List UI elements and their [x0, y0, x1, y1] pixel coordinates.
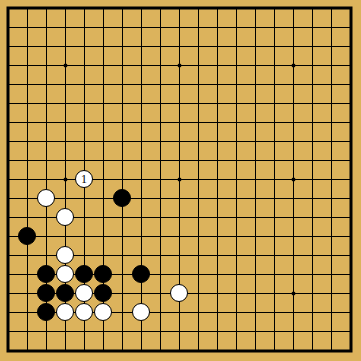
intersection-P12 — [265, 132, 284, 151]
intersection-N19 — [227, 0, 246, 18]
intersection-E5 — [75, 265, 94, 284]
intersection-L19 — [189, 0, 208, 18]
intersection-N4 — [227, 284, 246, 303]
intersection-E16 — [75, 56, 94, 75]
intersection-A18 — [0, 18, 18, 37]
intersection-E10: 1 — [75, 170, 94, 189]
intersection-G8 — [113, 208, 132, 227]
intersection-P9 — [265, 189, 284, 208]
intersection-D14 — [56, 94, 75, 113]
intersection-B10 — [18, 170, 37, 189]
intersection-G11 — [113, 151, 132, 170]
intersection-O4 — [246, 284, 265, 303]
intersection-N16 — [227, 56, 246, 75]
intersection-H17 — [132, 37, 151, 56]
intersection-F17 — [94, 37, 113, 56]
intersection-S18 — [322, 18, 341, 37]
stone-white-D8[interactable] — [56, 208, 74, 226]
intersection-G4 — [113, 284, 132, 303]
stone-white-E10[interactable]: 1 — [75, 170, 93, 188]
intersection-N8 — [227, 208, 246, 227]
intersection-P5 — [265, 265, 284, 284]
intersection-L14 — [189, 94, 208, 113]
intersection-A8 — [0, 208, 18, 227]
intersection-F8 — [94, 208, 113, 227]
intersection-O19 — [246, 0, 265, 18]
intersection-G18 — [113, 18, 132, 37]
stone-white-D5[interactable] — [56, 265, 74, 283]
intersection-O8 — [246, 208, 265, 227]
intersection-Q15 — [284, 75, 303, 94]
intersection-J10 — [151, 170, 170, 189]
intersection-D18 — [56, 18, 75, 37]
intersection-K10 — [170, 170, 189, 189]
stone-white-D3[interactable] — [56, 303, 74, 321]
intersection-G5 — [113, 265, 132, 284]
intersection-A4 — [0, 284, 18, 303]
intersection-K15 — [170, 75, 189, 94]
intersection-T4 — [341, 284, 360, 303]
intersection-F18 — [94, 18, 113, 37]
intersection-O12 — [246, 132, 265, 151]
intersection-Q5 — [284, 265, 303, 284]
intersection-J17 — [151, 37, 170, 56]
intersection-G6 — [113, 246, 132, 265]
intersection-P1 — [265, 341, 284, 360]
intersection-S14 — [322, 94, 341, 113]
intersection-S12 — [322, 132, 341, 151]
intersection-F11 — [94, 151, 113, 170]
intersection-R11 — [303, 151, 322, 170]
intersection-M7 — [208, 227, 227, 246]
intersection-D9 — [56, 189, 75, 208]
intersection-F1 — [94, 341, 113, 360]
intersection-P2 — [265, 322, 284, 341]
intersection-D7 — [56, 227, 75, 246]
intersection-Q14 — [284, 94, 303, 113]
intersection-N6 — [227, 246, 246, 265]
intersection-S15 — [322, 75, 341, 94]
intersection-O14 — [246, 94, 265, 113]
intersection-T14 — [341, 94, 360, 113]
intersection-J1 — [151, 341, 170, 360]
intersection-C5 — [37, 265, 56, 284]
intersection-J11 — [151, 151, 170, 170]
stone-white-E3[interactable] — [75, 303, 93, 321]
intersection-M15 — [208, 75, 227, 94]
intersection-O13 — [246, 113, 265, 132]
intersection-S11 — [322, 151, 341, 170]
intersection-P14 — [265, 94, 284, 113]
intersection-N2 — [227, 322, 246, 341]
intersection-F3 — [94, 303, 113, 322]
stone-black-D4[interactable] — [56, 284, 74, 302]
stone-black-F4[interactable] — [94, 284, 112, 302]
intersection-A2 — [0, 322, 18, 341]
intersection-H4 — [132, 284, 151, 303]
stone-black-E5[interactable] — [75, 265, 93, 283]
intersection-F4 — [94, 284, 113, 303]
intersection-K5 — [170, 265, 189, 284]
intersection-N12 — [227, 132, 246, 151]
intersection-B16 — [18, 56, 37, 75]
intersection-S5 — [322, 265, 341, 284]
intersection-B3 — [18, 303, 37, 322]
intersection-L9 — [189, 189, 208, 208]
intersection-B7 — [18, 227, 37, 246]
intersection-O5 — [246, 265, 265, 284]
intersection-J2 — [151, 322, 170, 341]
intersection-G15 — [113, 75, 132, 94]
intersection-M5 — [208, 265, 227, 284]
intersection-E11 — [75, 151, 94, 170]
intersection-R12 — [303, 132, 322, 151]
intersection-L12 — [189, 132, 208, 151]
intersection-Q11 — [284, 151, 303, 170]
board-grid: 1 — [0, 0, 360, 360]
intersection-B17 — [18, 37, 37, 56]
intersection-H11 — [132, 151, 151, 170]
stone-black-G9[interactable] — [113, 189, 131, 207]
intersection-F2 — [94, 322, 113, 341]
intersection-B12 — [18, 132, 37, 151]
intersection-L1 — [189, 341, 208, 360]
intersection-K12 — [170, 132, 189, 151]
intersection-S1 — [322, 341, 341, 360]
move-number-label: 1 — [81, 173, 87, 185]
intersection-R10 — [303, 170, 322, 189]
intersection-Q7 — [284, 227, 303, 246]
intersection-J15 — [151, 75, 170, 94]
intersection-K4 — [170, 284, 189, 303]
intersection-L2 — [189, 322, 208, 341]
intersection-B14 — [18, 94, 37, 113]
intersection-R4 — [303, 284, 322, 303]
intersection-D8 — [56, 208, 75, 227]
intersection-D4 — [56, 284, 75, 303]
intersection-A19 — [0, 0, 18, 18]
intersection-T12 — [341, 132, 360, 151]
intersection-E15 — [75, 75, 94, 94]
intersection-A17 — [0, 37, 18, 56]
intersection-L15 — [189, 75, 208, 94]
intersection-M10 — [208, 170, 227, 189]
intersection-C3 — [37, 303, 56, 322]
intersection-T9 — [341, 189, 360, 208]
intersection-P13 — [265, 113, 284, 132]
intersection-A15 — [0, 75, 18, 94]
intersection-K17 — [170, 37, 189, 56]
intersection-B11 — [18, 151, 37, 170]
intersection-M9 — [208, 189, 227, 208]
intersection-D15 — [56, 75, 75, 94]
intersection-L18 — [189, 18, 208, 37]
intersection-R6 — [303, 246, 322, 265]
intersection-D1 — [56, 341, 75, 360]
intersection-D13 — [56, 113, 75, 132]
intersection-R18 — [303, 18, 322, 37]
intersection-G17 — [113, 37, 132, 56]
intersection-R13 — [303, 113, 322, 132]
intersection-L11 — [189, 151, 208, 170]
intersection-F9 — [94, 189, 113, 208]
intersection-Q2 — [284, 322, 303, 341]
intersection-S9 — [322, 189, 341, 208]
intersection-N10 — [227, 170, 246, 189]
intersection-L7 — [189, 227, 208, 246]
stone-black-C5[interactable] — [37, 265, 55, 283]
intersection-K3 — [170, 303, 189, 322]
intersection-R1 — [303, 341, 322, 360]
intersection-O11 — [246, 151, 265, 170]
intersection-C13 — [37, 113, 56, 132]
intersection-K1 — [170, 341, 189, 360]
intersection-R5 — [303, 265, 322, 284]
intersection-F5 — [94, 265, 113, 284]
intersection-N9 — [227, 189, 246, 208]
intersection-A1 — [0, 341, 18, 360]
intersection-J3 — [151, 303, 170, 322]
intersection-G1 — [113, 341, 132, 360]
intersection-T5 — [341, 265, 360, 284]
intersection-L6 — [189, 246, 208, 265]
intersection-D16 — [56, 56, 75, 75]
intersection-M8 — [208, 208, 227, 227]
intersection-H14 — [132, 94, 151, 113]
intersection-H3 — [132, 303, 151, 322]
intersection-K16 — [170, 56, 189, 75]
intersection-K18 — [170, 18, 189, 37]
intersection-S19 — [322, 0, 341, 18]
intersection-C1 — [37, 341, 56, 360]
intersection-Q9 — [284, 189, 303, 208]
intersection-M19 — [208, 0, 227, 18]
intersection-P7 — [265, 227, 284, 246]
intersection-R9 — [303, 189, 322, 208]
intersection-Q16 — [284, 56, 303, 75]
intersection-K6 — [170, 246, 189, 265]
intersection-C9 — [37, 189, 56, 208]
intersection-E17 — [75, 37, 94, 56]
intersection-D3 — [56, 303, 75, 322]
intersection-M13 — [208, 113, 227, 132]
intersection-L16 — [189, 56, 208, 75]
intersection-C11 — [37, 151, 56, 170]
intersection-E9 — [75, 189, 94, 208]
intersection-S3 — [322, 303, 341, 322]
intersection-H5 — [132, 265, 151, 284]
intersection-H2 — [132, 322, 151, 341]
intersection-Q4 — [284, 284, 303, 303]
intersection-Q3 — [284, 303, 303, 322]
stone-black-C4[interactable] — [37, 284, 55, 302]
intersection-K8 — [170, 208, 189, 227]
intersection-Q6 — [284, 246, 303, 265]
intersection-J14 — [151, 94, 170, 113]
intersection-N15 — [227, 75, 246, 94]
intersection-C12 — [37, 132, 56, 151]
stone-black-F5[interactable] — [94, 265, 112, 283]
intersection-B2 — [18, 322, 37, 341]
intersection-Q1 — [284, 341, 303, 360]
intersection-T11 — [341, 151, 360, 170]
intersection-K2 — [170, 322, 189, 341]
intersection-F6 — [94, 246, 113, 265]
intersection-H1 — [132, 341, 151, 360]
stone-white-E4[interactable] — [75, 284, 93, 302]
intersection-T17 — [341, 37, 360, 56]
intersection-M18 — [208, 18, 227, 37]
intersection-D12 — [56, 132, 75, 151]
intersection-S2 — [322, 322, 341, 341]
intersection-T6 — [341, 246, 360, 265]
intersection-S10 — [322, 170, 341, 189]
intersection-R7 — [303, 227, 322, 246]
stone-black-B7[interactable] — [18, 227, 36, 245]
intersection-L10 — [189, 170, 208, 189]
intersection-N14 — [227, 94, 246, 113]
intersection-E7 — [75, 227, 94, 246]
intersection-T18 — [341, 18, 360, 37]
intersection-O18 — [246, 18, 265, 37]
stone-white-D6[interactable] — [56, 246, 74, 264]
intersection-D5 — [56, 265, 75, 284]
intersection-R2 — [303, 322, 322, 341]
intersection-K9 — [170, 189, 189, 208]
intersection-R17 — [303, 37, 322, 56]
intersection-Q13 — [284, 113, 303, 132]
intersection-T7 — [341, 227, 360, 246]
intersection-T3 — [341, 303, 360, 322]
intersection-M14 — [208, 94, 227, 113]
intersection-P17 — [265, 37, 284, 56]
intersection-A6 — [0, 246, 18, 265]
intersection-M2 — [208, 322, 227, 341]
intersection-J16 — [151, 56, 170, 75]
intersection-J19 — [151, 0, 170, 18]
intersection-H6 — [132, 246, 151, 265]
intersection-N17 — [227, 37, 246, 56]
intersection-E19 — [75, 0, 94, 18]
intersection-P10 — [265, 170, 284, 189]
intersection-F12 — [94, 132, 113, 151]
intersection-O7 — [246, 227, 265, 246]
intersection-H13 — [132, 113, 151, 132]
intersection-H15 — [132, 75, 151, 94]
intersection-D11 — [56, 151, 75, 170]
intersection-C18 — [37, 18, 56, 37]
intersection-N3 — [227, 303, 246, 322]
intersection-E13 — [75, 113, 94, 132]
intersection-N18 — [227, 18, 246, 37]
intersection-G9 — [113, 189, 132, 208]
intersection-F7 — [94, 227, 113, 246]
intersection-Q10 — [284, 170, 303, 189]
intersection-G14 — [113, 94, 132, 113]
intersection-O3 — [246, 303, 265, 322]
intersection-J5 — [151, 265, 170, 284]
intersection-G2 — [113, 322, 132, 341]
intersection-J13 — [151, 113, 170, 132]
intersection-R3 — [303, 303, 322, 322]
stone-white-F3[interactable] — [94, 303, 112, 321]
intersection-H12 — [132, 132, 151, 151]
stone-black-H5[interactable] — [132, 265, 150, 283]
intersection-O15 — [246, 75, 265, 94]
intersection-A3 — [0, 303, 18, 322]
intersection-R14 — [303, 94, 322, 113]
stone-white-K4[interactable] — [170, 284, 188, 302]
intersection-N11 — [227, 151, 246, 170]
intersection-P16 — [265, 56, 284, 75]
intersection-M6 — [208, 246, 227, 265]
intersection-S8 — [322, 208, 341, 227]
intersection-J6 — [151, 246, 170, 265]
intersection-G3 — [113, 303, 132, 322]
intersection-M16 — [208, 56, 227, 75]
intersection-E18 — [75, 18, 94, 37]
intersection-E8 — [75, 208, 94, 227]
intersection-C15 — [37, 75, 56, 94]
intersection-P11 — [265, 151, 284, 170]
intersection-M17 — [208, 37, 227, 56]
intersection-F14 — [94, 94, 113, 113]
intersection-A14 — [0, 94, 18, 113]
intersection-B19 — [18, 0, 37, 18]
intersection-G19 — [113, 0, 132, 18]
intersection-A11 — [0, 151, 18, 170]
go-board: 1 — [0, 0, 361, 361]
intersection-H18 — [132, 18, 151, 37]
intersection-S17 — [322, 37, 341, 56]
intersection-N13 — [227, 113, 246, 132]
intersection-P3 — [265, 303, 284, 322]
intersection-C19 — [37, 0, 56, 18]
intersection-L3 — [189, 303, 208, 322]
intersection-T13 — [341, 113, 360, 132]
intersection-G13 — [113, 113, 132, 132]
intersection-T10 — [341, 170, 360, 189]
stone-white-C9[interactable] — [37, 189, 55, 207]
stone-white-H3[interactable] — [132, 303, 150, 321]
stone-black-C3[interactable] — [37, 303, 55, 321]
intersection-L13 — [189, 113, 208, 132]
intersection-H7 — [132, 227, 151, 246]
intersection-M11 — [208, 151, 227, 170]
intersection-J4 — [151, 284, 170, 303]
intersection-S4 — [322, 284, 341, 303]
intersection-K14 — [170, 94, 189, 113]
intersection-Q19 — [284, 0, 303, 18]
intersection-T16 — [341, 56, 360, 75]
intersection-A7 — [0, 227, 18, 246]
intersection-T15 — [341, 75, 360, 94]
intersection-L8 — [189, 208, 208, 227]
intersection-J18 — [151, 18, 170, 37]
intersection-A16 — [0, 56, 18, 75]
intersection-B9 — [18, 189, 37, 208]
intersection-C16 — [37, 56, 56, 75]
intersection-B18 — [18, 18, 37, 37]
intersection-B5 — [18, 265, 37, 284]
intersection-O6 — [246, 246, 265, 265]
intersection-C8 — [37, 208, 56, 227]
intersection-B4 — [18, 284, 37, 303]
intersection-A5 — [0, 265, 18, 284]
intersection-Q18 — [284, 18, 303, 37]
intersection-D17 — [56, 37, 75, 56]
intersection-D19 — [56, 0, 75, 18]
